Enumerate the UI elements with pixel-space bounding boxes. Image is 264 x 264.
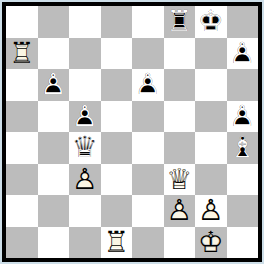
white-pawn-f2: ♟♙ xyxy=(164,195,196,227)
square-h8[interactable] xyxy=(227,6,259,38)
square-b8[interactable] xyxy=(38,6,70,38)
piece-glyph-outline: ♔ xyxy=(195,227,227,259)
square-g4[interactable] xyxy=(195,132,227,164)
square-a8[interactable] xyxy=(6,6,38,38)
piece-glyph-outline: ♙ xyxy=(164,195,196,227)
board-frame: ♜♖♚♔♜♖♟♙♟♙♟♙♟♙♟♙♛♕♝♗♟♙♛♕♟♙♟♙♜♖♚♔ xyxy=(2,2,262,262)
square-b2[interactable] xyxy=(38,195,70,227)
square-e2[interactable] xyxy=(132,195,164,227)
square-e7[interactable] xyxy=(132,38,164,70)
square-h4[interactable]: ♝♗ xyxy=(227,132,259,164)
black-pawn-h5: ♟♙ xyxy=(227,101,259,133)
square-h5[interactable]: ♟♙ xyxy=(227,101,259,133)
square-b7[interactable] xyxy=(38,38,70,70)
square-f1[interactable] xyxy=(164,227,196,259)
square-c8[interactable] xyxy=(69,6,101,38)
square-c6[interactable] xyxy=(69,69,101,101)
piece-glyph-outline: ♙ xyxy=(195,195,227,227)
square-b5[interactable] xyxy=(38,101,70,133)
square-f3[interactable]: ♛♕ xyxy=(164,164,196,196)
white-queen-f3: ♛♕ xyxy=(164,164,196,196)
square-a3[interactable] xyxy=(6,164,38,196)
square-a1[interactable] xyxy=(6,227,38,259)
square-g3[interactable] xyxy=(195,164,227,196)
square-f7[interactable] xyxy=(164,38,196,70)
piece-glyph-outline: ♔ xyxy=(195,6,227,38)
black-pawn-b6: ♟♙ xyxy=(38,69,70,101)
square-d1[interactable]: ♜♖ xyxy=(101,227,133,259)
black-pawn-h7: ♟♙ xyxy=(227,38,259,70)
black-pawn-e6: ♟♙ xyxy=(132,69,164,101)
square-d5[interactable] xyxy=(101,101,133,133)
square-d8[interactable] xyxy=(101,6,133,38)
square-e8[interactable] xyxy=(132,6,164,38)
white-pawn-g2: ♟♙ xyxy=(195,195,227,227)
square-a6[interactable] xyxy=(6,69,38,101)
piece-glyph-outline: ♙ xyxy=(69,101,101,133)
square-h3[interactable] xyxy=(227,164,259,196)
piece-glyph-outline: ♖ xyxy=(6,38,38,70)
square-f8[interactable]: ♜♖ xyxy=(164,6,196,38)
square-e5[interactable] xyxy=(132,101,164,133)
white-pawn-c3: ♟♙ xyxy=(69,164,101,196)
square-e6[interactable]: ♟♙ xyxy=(132,69,164,101)
piece-glyph-outline: ♙ xyxy=(227,101,259,133)
black-rook-f8: ♜♖ xyxy=(164,6,196,38)
square-f5[interactable] xyxy=(164,101,196,133)
square-c5[interactable]: ♟♙ xyxy=(69,101,101,133)
square-h2[interactable] xyxy=(227,195,259,227)
square-b4[interactable] xyxy=(38,132,70,164)
square-f2[interactable]: ♟♙ xyxy=(164,195,196,227)
black-king-g8: ♚♔ xyxy=(195,6,227,38)
square-a7[interactable]: ♜♖ xyxy=(6,38,38,70)
square-d7[interactable] xyxy=(101,38,133,70)
square-e1[interactable] xyxy=(132,227,164,259)
square-d4[interactable] xyxy=(101,132,133,164)
white-king-g1: ♚♔ xyxy=(195,227,227,259)
square-f6[interactable] xyxy=(164,69,196,101)
square-c4[interactable]: ♛♕ xyxy=(69,132,101,164)
square-a4[interactable] xyxy=(6,132,38,164)
square-h7[interactable]: ♟♙ xyxy=(227,38,259,70)
square-b6[interactable]: ♟♙ xyxy=(38,69,70,101)
square-d6[interactable] xyxy=(101,69,133,101)
square-a5[interactable] xyxy=(6,101,38,133)
piece-glyph-outline: ♙ xyxy=(69,164,101,196)
piece-glyph-outline: ♙ xyxy=(227,38,259,70)
chess-board: ♜♖♚♔♜♖♟♙♟♙♟♙♟♙♟♙♛♕♝♗♟♙♛♕♟♙♟♙♜♖♚♔ xyxy=(6,6,258,258)
piece-glyph-outline: ♕ xyxy=(69,132,101,164)
piece-glyph-outline: ♖ xyxy=(164,6,196,38)
square-e3[interactable] xyxy=(132,164,164,196)
square-g7[interactable] xyxy=(195,38,227,70)
square-d3[interactable] xyxy=(101,164,133,196)
piece-glyph-outline: ♕ xyxy=(164,164,196,196)
square-c2[interactable] xyxy=(69,195,101,227)
piece-glyph-outline: ♙ xyxy=(38,69,70,101)
square-g8[interactable]: ♚♔ xyxy=(195,6,227,38)
black-bishop-h4: ♝♗ xyxy=(227,132,259,164)
piece-glyph-outline: ♗ xyxy=(227,132,259,164)
black-pawn-c5: ♟♙ xyxy=(69,101,101,133)
piece-glyph-outline: ♖ xyxy=(101,227,133,259)
piece-glyph-outline: ♙ xyxy=(132,69,164,101)
square-f4[interactable] xyxy=(164,132,196,164)
square-e4[interactable] xyxy=(132,132,164,164)
square-g5[interactable] xyxy=(195,101,227,133)
square-c1[interactable] xyxy=(69,227,101,259)
square-g6[interactable] xyxy=(195,69,227,101)
square-h6[interactable] xyxy=(227,69,259,101)
square-b1[interactable] xyxy=(38,227,70,259)
square-d2[interactable] xyxy=(101,195,133,227)
white-rook-a7: ♜♖ xyxy=(6,38,38,70)
black-queen-c4: ♛♕ xyxy=(69,132,101,164)
square-a2[interactable] xyxy=(6,195,38,227)
square-c3[interactable]: ♟♙ xyxy=(69,164,101,196)
white-rook-d1: ♜♖ xyxy=(101,227,133,259)
square-g1[interactable]: ♚♔ xyxy=(195,227,227,259)
square-g2[interactable]: ♟♙ xyxy=(195,195,227,227)
square-b3[interactable] xyxy=(38,164,70,196)
square-c7[interactable] xyxy=(69,38,101,70)
square-h1[interactable] xyxy=(227,227,259,259)
